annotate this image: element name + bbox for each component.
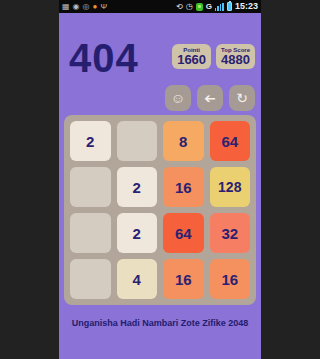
app-circle-icon: ◉ xyxy=(73,0,80,13)
tile-16: 16 xyxy=(210,259,251,299)
empty-cell xyxy=(70,213,111,253)
tile-4: 4 xyxy=(117,259,158,299)
signal-strength-icon xyxy=(215,3,224,11)
tile-64: 64 xyxy=(210,121,251,161)
alarm-clock-icon: ◷ xyxy=(186,0,193,13)
status-left-icons: ▦ ◉ ◎ ● Ψ xyxy=(62,0,107,13)
battery-icon xyxy=(227,2,232,11)
tile-2: 2 xyxy=(117,213,158,253)
usb-icon: Ψ xyxy=(100,0,107,13)
tile-16: 16 xyxy=(163,167,204,207)
battery-saver-icon xyxy=(196,3,203,11)
empty-cell xyxy=(70,259,111,299)
undo-button[interactable]: ➔ xyxy=(197,85,223,111)
smiley-icon: ☺ xyxy=(171,90,185,106)
emoji-button[interactable]: ☺ xyxy=(165,85,191,111)
tile-128: 128 xyxy=(210,167,251,207)
tile-2: 2 xyxy=(70,121,111,161)
status-right-icons: ⟲ ◷ G 15:23 xyxy=(176,0,258,13)
refresh-icon: ↻ xyxy=(236,90,248,106)
score-badges: Pointi 1660 Top Score 4880 xyxy=(172,38,255,78)
empty-cell xyxy=(70,167,111,207)
tile-64: 64 xyxy=(163,213,204,253)
tile-2: 2 xyxy=(117,167,158,207)
top-score-value: 4880 xyxy=(221,53,250,67)
orange-app-icon: ● xyxy=(93,0,98,13)
tile-8: 8 xyxy=(163,121,204,161)
tile-32: 32 xyxy=(210,213,251,253)
phone-screen: ▦ ◉ ◎ ● Ψ ⟲ ◷ G 15:23 404 Pointi 1660 To… xyxy=(59,0,261,359)
points-badge: Pointi 1660 xyxy=(172,44,211,69)
points-value: 1660 xyxy=(177,53,206,67)
undo-arrow-icon: ➔ xyxy=(204,90,216,106)
empty-cell xyxy=(117,121,158,161)
instruction-text: Unganisha Hadi Nambari Zote Zifike 2048 xyxy=(59,318,261,328)
pause-app-icon: ◎ xyxy=(83,0,90,13)
game-board[interactable]: 28642161282643241616 xyxy=(64,115,256,305)
page-title: 404 xyxy=(69,38,139,78)
header: 404 Pointi 1660 Top Score 4880 xyxy=(69,38,255,78)
message-icon: ▦ xyxy=(62,0,70,13)
tile-16: 16 xyxy=(163,259,204,299)
status-bar: ▦ ◉ ◎ ● Ψ ⟲ ◷ G 15:23 xyxy=(59,0,261,13)
toolbar: ☺ ➔ ↻ xyxy=(59,85,255,111)
restart-button[interactable]: ↻ xyxy=(229,85,255,111)
top-score-badge: Top Score 4880 xyxy=(216,44,255,69)
status-clock: 15:23 xyxy=(235,0,258,13)
network-type-indicator: G xyxy=(206,0,212,13)
sync-icon: ⟲ xyxy=(176,0,183,13)
